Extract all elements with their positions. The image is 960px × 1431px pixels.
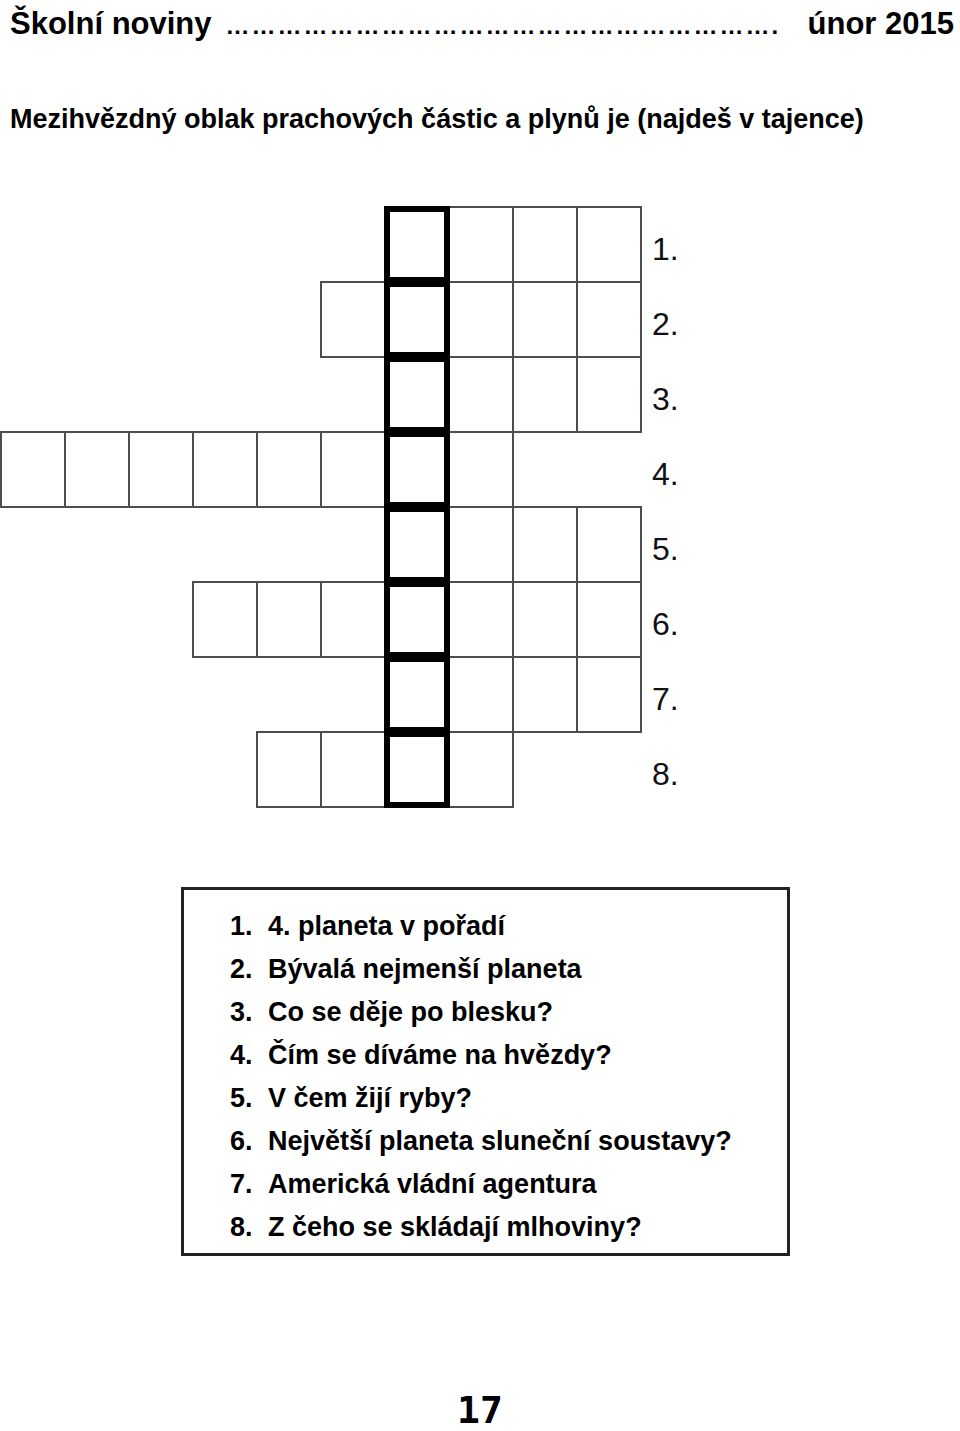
clue-list: 1.4. planeta v pořadí 2.Bývalá nejmenší …	[184, 890, 787, 1249]
clue-text: Co se děje po blesku?	[268, 991, 553, 1034]
grid-cell	[512, 281, 578, 358]
grid-cell	[448, 206, 514, 283]
clue-text: V čem žijí ryby?	[268, 1077, 472, 1120]
grid-cell	[256, 731, 322, 808]
puzzle-prompt: Mezihvězdný oblak prachových částic a pl…	[10, 104, 950, 135]
tajenka-cell	[384, 506, 450, 583]
clue-number: 8.	[230, 1206, 268, 1249]
row-number-label: 3.	[652, 362, 712, 437]
row-number-label: 4.	[652, 437, 712, 512]
dotted-leader: ……………………………………………………….	[226, 12, 802, 40]
grid-cell	[256, 581, 322, 658]
grid-cell	[576, 281, 642, 358]
clue-8: 8.Z čeho se skládají mlhoviny?	[230, 1206, 777, 1249]
issue-date: únor 2015	[808, 6, 954, 42]
grid-cell	[320, 431, 386, 508]
grid-cell	[576, 206, 642, 283]
clue-1: 1.4. planeta v pořadí	[230, 905, 777, 948]
tajenka-cell	[384, 356, 450, 433]
grid-cell	[512, 506, 578, 583]
grid-cell	[448, 431, 514, 508]
grid-cell	[448, 656, 514, 733]
grid-cell	[512, 356, 578, 433]
clue-7: 7.Americká vládní agentura	[230, 1163, 777, 1206]
clue-3: 3.Co se děje po blesku?	[230, 991, 777, 1034]
tajenka-cell	[384, 731, 450, 808]
tajenka-cell	[384, 206, 450, 283]
tajenka-cell	[384, 656, 450, 733]
clue-text: 4. planeta v pořadí	[268, 905, 505, 948]
grid-cell	[512, 206, 578, 283]
newspaper-page: Školní noviny ………………………………………………………. úno…	[0, 0, 960, 1431]
row-number-label: 2.	[652, 287, 712, 362]
clue-number: 7.	[230, 1163, 268, 1206]
clue-text: Americká vládní agentura	[268, 1163, 597, 1206]
clue-number: 4.	[230, 1034, 268, 1077]
grid-cell	[576, 656, 642, 733]
grid-cell	[128, 431, 194, 508]
grid-cell	[448, 731, 514, 808]
grid-cell	[512, 656, 578, 733]
grid-cell	[576, 581, 642, 658]
crossword-grid: 1.2.3.4.5.6.7.8.	[0, 206, 720, 810]
page-number: 17	[0, 1390, 960, 1430]
page-header: Školní noviny ………………………………………………………. úno…	[10, 6, 954, 42]
grid-cell	[64, 431, 130, 508]
clue-4: 4.Čím se díváme na hvězdy?	[230, 1034, 777, 1077]
grid-cell	[256, 431, 322, 508]
tajenka-cell	[384, 281, 450, 358]
row-number-label: 8.	[652, 737, 712, 812]
clue-number: 2.	[230, 948, 268, 991]
grid-cell	[448, 356, 514, 433]
grid-cell	[576, 506, 642, 583]
tajenka-cell	[384, 581, 450, 658]
row-number-label: 1.	[652, 212, 712, 287]
clue-box: 1.4. planeta v pořadí 2.Bývalá nejmenší …	[181, 887, 790, 1256]
newspaper-title: Školní noviny	[10, 6, 212, 42]
clue-text: Z čeho se skládají mlhoviny?	[268, 1206, 642, 1249]
grid-cell	[448, 581, 514, 658]
grid-cell	[320, 731, 386, 808]
grid-cell	[576, 356, 642, 433]
grid-cell	[320, 581, 386, 658]
clue-number: 5.	[230, 1077, 268, 1120]
grid-cell	[512, 581, 578, 658]
clue-text: Největší planeta sluneční soustavy?	[268, 1120, 732, 1163]
clue-number: 1.	[230, 905, 268, 948]
clue-2: 2.Bývalá nejmenší planeta	[230, 948, 777, 991]
grid-cell	[0, 431, 66, 508]
grid-cell	[448, 506, 514, 583]
tajenka-cell	[384, 431, 450, 508]
grid-cell	[192, 431, 258, 508]
clue-number: 6.	[230, 1120, 268, 1163]
row-number-label: 7.	[652, 662, 712, 737]
clue-number: 3.	[230, 991, 268, 1034]
row-number-label: 5.	[652, 512, 712, 587]
grid-cell	[320, 281, 386, 358]
grid-cell	[448, 281, 514, 358]
clue-6: 6.Největší planeta sluneční soustavy?	[230, 1120, 777, 1163]
clue-5: 5.V čem žijí ryby?	[230, 1077, 777, 1120]
clue-text: Bývalá nejmenší planeta	[268, 948, 582, 991]
clue-text: Čím se díváme na hvězdy?	[268, 1034, 612, 1077]
grid-cell	[192, 581, 258, 658]
row-number-label: 6.	[652, 587, 712, 662]
